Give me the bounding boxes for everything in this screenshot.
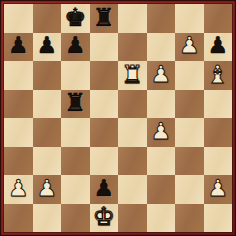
square-c6[interactable]: [61, 61, 90, 90]
white-pawn[interactable]: ♟: [179, 34, 200, 57]
square-g6[interactable]: [175, 61, 204, 90]
square-g8[interactable]: [175, 4, 204, 33]
white-bishop[interactable]: ♝: [207, 62, 229, 87]
white-pawn[interactable]: ♟: [150, 63, 171, 86]
square-f8[interactable]: [147, 4, 176, 33]
square-a3[interactable]: [4, 147, 33, 176]
square-h1[interactable]: [204, 204, 233, 233]
white-rook[interactable]: ♜: [121, 62, 143, 87]
square-c8[interactable]: ♚: [61, 4, 90, 33]
square-c4[interactable]: [61, 118, 90, 147]
square-b6[interactable]: [33, 61, 62, 90]
chess-board: ♚♜♟♟♟♟♟♜♟♝♜♟♟♟♟♟♚: [4, 4, 232, 232]
square-f1[interactable]: [147, 204, 176, 233]
square-c7[interactable]: ♟: [61, 33, 90, 62]
square-e6[interactable]: ♜: [118, 61, 147, 90]
square-d3[interactable]: [90, 147, 119, 176]
square-h5[interactable]: [204, 90, 233, 119]
square-g2[interactable]: [175, 175, 204, 204]
square-f7[interactable]: [147, 33, 176, 62]
square-b2[interactable]: ♟: [33, 175, 62, 204]
square-a1[interactable]: [4, 204, 33, 233]
square-c3[interactable]: [61, 147, 90, 176]
white-pawn[interactable]: ♟: [36, 177, 57, 200]
square-b4[interactable]: [33, 118, 62, 147]
white-pawn[interactable]: ♟: [8, 177, 29, 200]
square-e3[interactable]: [118, 147, 147, 176]
square-b8[interactable]: [33, 4, 62, 33]
black-king[interactable]: ♚: [64, 5, 86, 30]
square-a5[interactable]: [4, 90, 33, 119]
square-f2[interactable]: [147, 175, 176, 204]
square-d2[interactable]: ♟: [90, 175, 119, 204]
square-d4[interactable]: [90, 118, 119, 147]
square-g4[interactable]: [175, 118, 204, 147]
square-a6[interactable]: [4, 61, 33, 90]
square-h2[interactable]: ♟: [204, 175, 233, 204]
square-d6[interactable]: [90, 61, 119, 90]
square-e2[interactable]: [118, 175, 147, 204]
square-e7[interactable]: [118, 33, 147, 62]
square-e4[interactable]: [118, 118, 147, 147]
white-pawn[interactable]: ♟: [150, 120, 171, 143]
square-d7[interactable]: [90, 33, 119, 62]
square-b3[interactable]: [33, 147, 62, 176]
square-f6[interactable]: ♟: [147, 61, 176, 90]
square-g3[interactable]: [175, 147, 204, 176]
black-pawn[interactable]: ♟: [65, 34, 86, 57]
square-b5[interactable]: [33, 90, 62, 119]
square-h6[interactable]: ♝: [204, 61, 233, 90]
square-g7[interactable]: ♟: [175, 33, 204, 62]
square-b7[interactable]: ♟: [33, 33, 62, 62]
black-rook[interactable]: ♜: [93, 5, 115, 30]
square-a8[interactable]: [4, 4, 33, 33]
square-d5[interactable]: [90, 90, 119, 119]
square-h3[interactable]: [204, 147, 233, 176]
square-c2[interactable]: [61, 175, 90, 204]
square-f5[interactable]: [147, 90, 176, 119]
square-f3[interactable]: [147, 147, 176, 176]
square-c1[interactable]: [61, 204, 90, 233]
square-e5[interactable]: [118, 90, 147, 119]
black-rook[interactable]: ♜: [64, 90, 86, 115]
square-h8[interactable]: [204, 4, 233, 33]
square-d1[interactable]: ♚: [90, 204, 119, 233]
square-d8[interactable]: ♜: [90, 4, 119, 33]
square-h7[interactable]: ♟: [204, 33, 233, 62]
square-a2[interactable]: ♟: [4, 175, 33, 204]
square-e8[interactable]: [118, 4, 147, 33]
black-pawn[interactable]: ♟: [8, 34, 29, 57]
square-g1[interactable]: [175, 204, 204, 233]
square-h4[interactable]: [204, 118, 233, 147]
board-frame: ♚♜♟♟♟♟♟♜♟♝♜♟♟♟♟♟♚: [0, 0, 236, 236]
square-f4[interactable]: ♟: [147, 118, 176, 147]
black-pawn[interactable]: ♟: [93, 177, 114, 200]
square-a7[interactable]: ♟: [4, 33, 33, 62]
black-pawn[interactable]: ♟: [36, 34, 57, 57]
square-e1[interactable]: [118, 204, 147, 233]
square-a4[interactable]: [4, 118, 33, 147]
square-c5[interactable]: ♜: [61, 90, 90, 119]
square-g5[interactable]: [175, 90, 204, 119]
square-b1[interactable]: [33, 204, 62, 233]
white-king[interactable]: ♚: [93, 204, 115, 229]
white-pawn[interactable]: ♟: [207, 177, 228, 200]
black-pawn[interactable]: ♟: [207, 34, 228, 57]
